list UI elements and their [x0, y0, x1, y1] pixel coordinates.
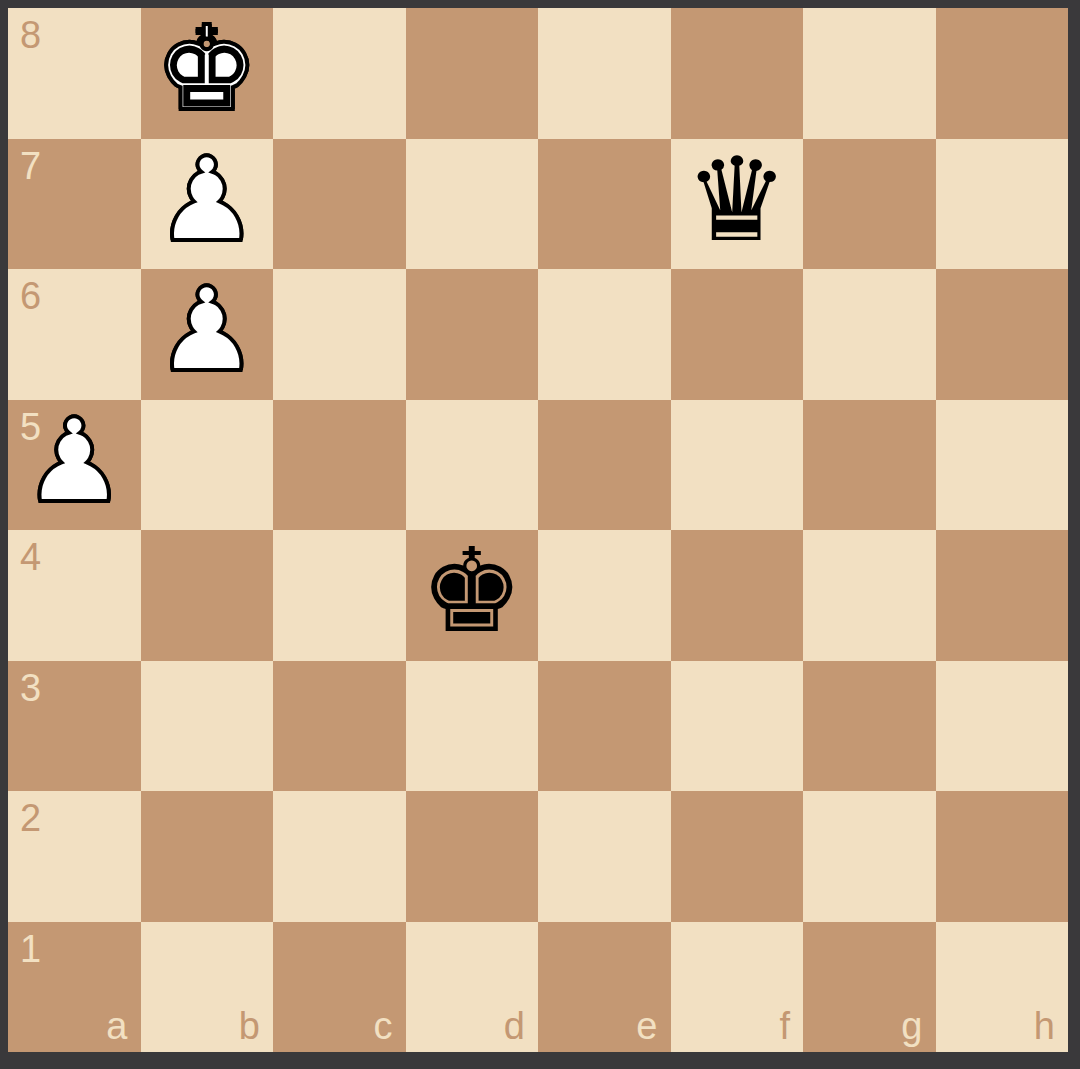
square-g1[interactable]: g — [803, 922, 936, 1053]
square-f3[interactable] — [671, 661, 804, 792]
rank-label-6: 6 — [20, 277, 41, 315]
piece-white-pawn-a5[interactable]: ♟ — [22, 403, 126, 519]
square-a4[interactable]: 4 — [8, 530, 141, 661]
square-h1[interactable]: h — [936, 922, 1069, 1053]
square-b5[interactable] — [141, 400, 274, 531]
square-d1[interactable]: d — [406, 922, 539, 1053]
square-e2[interactable] — [538, 791, 671, 922]
square-g7[interactable] — [803, 139, 936, 270]
piece-black-king-d4[interactable]: ♚ — [420, 533, 524, 649]
piece-white-pawn-b7[interactable]: ♟ — [155, 142, 259, 258]
square-c7[interactable] — [273, 139, 406, 270]
square-g4[interactable] — [803, 530, 936, 661]
square-b6[interactable]: ♟ — [141, 269, 274, 400]
rank-label-8: 8 — [20, 16, 41, 54]
square-d7[interactable] — [406, 139, 539, 270]
square-d8[interactable] — [406, 8, 539, 139]
square-a2[interactable]: 2 — [8, 791, 141, 922]
square-b8[interactable]: ♚ — [141, 8, 274, 139]
square-b4[interactable] — [141, 530, 274, 661]
file-label-c: c — [374, 1007, 393, 1045]
square-f7[interactable]: ♛ — [671, 139, 804, 270]
square-c8[interactable] — [273, 8, 406, 139]
square-e5[interactable] — [538, 400, 671, 531]
square-a8[interactable]: 8 — [8, 8, 141, 139]
square-b2[interactable] — [141, 791, 274, 922]
square-e4[interactable] — [538, 530, 671, 661]
square-f1[interactable]: f — [671, 922, 804, 1053]
file-label-h: h — [1034, 1007, 1055, 1045]
square-c3[interactable] — [273, 661, 406, 792]
square-b7[interactable]: ♟ — [141, 139, 274, 270]
rank-label-1: 1 — [20, 930, 41, 968]
square-d5[interactable] — [406, 400, 539, 531]
square-h8[interactable] — [936, 8, 1069, 139]
rank-label-4: 4 — [20, 538, 41, 576]
piece-white-pawn-b6[interactable]: ♟ — [155, 272, 259, 388]
square-f8[interactable] — [671, 8, 804, 139]
square-e7[interactable] — [538, 139, 671, 270]
file-label-e: e — [636, 1007, 657, 1045]
square-h4[interactable] — [936, 530, 1069, 661]
square-g8[interactable] — [803, 8, 936, 139]
square-d3[interactable] — [406, 661, 539, 792]
square-h3[interactable] — [936, 661, 1069, 792]
square-d6[interactable] — [406, 269, 539, 400]
square-g2[interactable] — [803, 791, 936, 922]
square-e1[interactable]: e — [538, 922, 671, 1053]
square-f6[interactable] — [671, 269, 804, 400]
file-label-a: a — [106, 1007, 127, 1045]
square-f2[interactable] — [671, 791, 804, 922]
file-label-d: d — [504, 1007, 525, 1045]
square-c5[interactable] — [273, 400, 406, 531]
square-e3[interactable] — [538, 661, 671, 792]
square-h2[interactable] — [936, 791, 1069, 922]
square-d4[interactable]: ♚ — [406, 530, 539, 661]
square-a6[interactable]: 6 — [8, 269, 141, 400]
square-a3[interactable]: 3 — [8, 661, 141, 792]
file-label-b: b — [239, 1007, 260, 1045]
rank-label-2: 2 — [20, 799, 41, 837]
square-g5[interactable] — [803, 400, 936, 531]
square-g6[interactable] — [803, 269, 936, 400]
square-c2[interactable] — [273, 791, 406, 922]
rank-label-7: 7 — [20, 147, 41, 185]
square-f5[interactable] — [671, 400, 804, 531]
square-a1[interactable]: 1a — [8, 922, 141, 1053]
square-b1[interactable]: b — [141, 922, 274, 1053]
piece-black-queen-f7[interactable]: ♛ — [685, 142, 789, 258]
square-b3[interactable] — [141, 661, 274, 792]
square-f4[interactable] — [671, 530, 804, 661]
chess-board: 8♚7♟♛6♟5♟4♚321abcdefgh — [8, 8, 1068, 1052]
square-c1[interactable]: c — [273, 922, 406, 1053]
square-a5[interactable]: 5♟ — [8, 400, 141, 531]
board-frame: 8♚7♟♛6♟5♟4♚321abcdefgh — [0, 0, 1080, 1069]
file-label-f: f — [779, 1007, 790, 1045]
square-e8[interactable] — [538, 8, 671, 139]
square-h6[interactable] — [936, 269, 1069, 400]
file-label-g: g — [901, 1007, 922, 1045]
square-h5[interactable] — [936, 400, 1069, 531]
rank-label-3: 3 — [20, 669, 41, 707]
square-h7[interactable] — [936, 139, 1069, 270]
square-d2[interactable] — [406, 791, 539, 922]
square-c4[interactable] — [273, 530, 406, 661]
piece-white-king-b8[interactable]: ♚ — [155, 11, 259, 127]
square-g3[interactable] — [803, 661, 936, 792]
square-a7[interactable]: 7 — [8, 139, 141, 270]
square-e6[interactable] — [538, 269, 671, 400]
square-c6[interactable] — [273, 269, 406, 400]
